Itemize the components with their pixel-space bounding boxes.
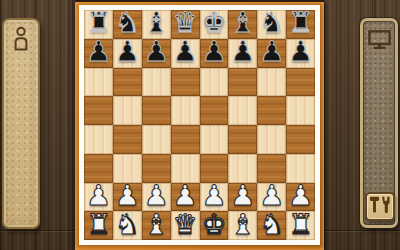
square-e5[interactable]	[200, 96, 229, 125]
board-grid: ♜♞♝♛♚♝♞♜♟♟♟♟♟♟♟♟♟♟♟♟♟♟♟♟♜♞♝♛♚♝♞♜	[84, 10, 315, 240]
human-player-panel	[2, 18, 40, 229]
white-pawn[interactable]: ♟	[115, 182, 140, 210]
square-f4[interactable]	[228, 125, 257, 154]
square-a7[interactable]: ♟	[84, 39, 113, 68]
square-d1[interactable]: ♛	[171, 211, 200, 240]
black-queen[interactable]: ♛	[173, 9, 198, 37]
black-pawn[interactable]: ♟	[230, 38, 255, 66]
square-h5[interactable]	[286, 96, 315, 125]
white-pawn[interactable]: ♟	[259, 182, 284, 210]
black-bishop[interactable]: ♝	[144, 9, 169, 37]
white-king[interactable]: ♚	[201, 211, 226, 239]
square-d7[interactable]: ♟	[171, 39, 200, 68]
computer-monitor-icon	[368, 30, 391, 53]
square-a1[interactable]: ♜	[84, 211, 113, 240]
square-c7[interactable]: ♟	[142, 39, 171, 68]
square-c6[interactable]	[142, 68, 171, 97]
black-rook[interactable]: ♜	[86, 9, 111, 37]
white-pawn[interactable]: ♟	[201, 182, 226, 210]
black-pawn[interactable]: ♟	[259, 38, 284, 66]
black-pawn[interactable]: ♟	[288, 38, 313, 66]
square-h4[interactable]	[286, 125, 315, 154]
chess-board: ♜♞♝♛♚♝♞♜♟♟♟♟♟♟♟♟♟♟♟♟♟♟♟♟♜♞♝♛♚♝♞♜	[75, 0, 324, 250]
square-d5[interactable]	[171, 96, 200, 125]
square-g5[interactable]	[257, 96, 286, 125]
computer-player-panel	[360, 18, 398, 228]
white-bishop[interactable]: ♝	[230, 211, 255, 239]
square-g4[interactable]	[257, 125, 286, 154]
black-bishop[interactable]: ♝	[230, 9, 255, 37]
person-icon	[13, 26, 29, 56]
black-rook[interactable]: ♜	[288, 9, 313, 37]
black-pawn[interactable]: ♟	[173, 38, 198, 66]
settings-tools-button[interactable]	[365, 192, 395, 221]
black-pawn[interactable]: ♟	[86, 38, 111, 66]
chess-game-window: ♜♞♝♛♚♝♞♜♟♟♟♟♟♟♟♟♟♟♟♟♟♟♟♟♜♞♝♛♚♝♞♜	[0, 0, 400, 250]
square-g6[interactable]	[257, 68, 286, 97]
black-king[interactable]: ♚	[201, 9, 226, 37]
square-h7[interactable]: ♟	[286, 39, 315, 68]
black-pawn[interactable]: ♟	[115, 38, 140, 66]
white-knight[interactable]: ♞	[115, 211, 140, 239]
square-f6[interactable]	[228, 68, 257, 97]
black-pawn[interactable]: ♟	[144, 38, 169, 66]
square-g7[interactable]: ♟	[257, 39, 286, 68]
square-a6[interactable]	[84, 68, 113, 97]
hammer-wrench-icon	[369, 195, 391, 218]
square-e1[interactable]: ♚	[200, 211, 229, 240]
square-b7[interactable]: ♟	[113, 39, 142, 68]
square-b5[interactable]	[113, 96, 142, 125]
square-c1[interactable]: ♝	[142, 211, 171, 240]
square-d6[interactable]	[171, 68, 200, 97]
square-c5[interactable]	[142, 96, 171, 125]
square-g1[interactable]: ♞	[257, 211, 286, 240]
square-a4[interactable]	[84, 125, 113, 154]
white-queen[interactable]: ♛	[173, 211, 198, 239]
square-h6[interactable]	[286, 68, 315, 97]
white-pawn[interactable]: ♟	[144, 182, 169, 210]
square-d4[interactable]	[171, 125, 200, 154]
square-b1[interactable]: ♞	[113, 211, 142, 240]
square-f1[interactable]: ♝	[228, 211, 257, 240]
white-rook[interactable]: ♜	[288, 211, 313, 239]
black-knight[interactable]: ♞	[259, 9, 284, 37]
square-b4[interactable]	[113, 125, 142, 154]
square-c4[interactable]	[142, 125, 171, 154]
square-e6[interactable]	[200, 68, 229, 97]
white-knight[interactable]: ♞	[259, 211, 284, 239]
white-pawn[interactable]: ♟	[173, 182, 198, 210]
white-rook[interactable]: ♜	[86, 211, 111, 239]
white-pawn[interactable]: ♟	[230, 182, 255, 210]
square-e7[interactable]: ♟	[200, 39, 229, 68]
square-h1[interactable]: ♜	[286, 211, 315, 240]
white-pawn[interactable]: ♟	[86, 182, 111, 210]
black-knight[interactable]: ♞	[115, 9, 140, 37]
square-f7[interactable]: ♟	[228, 39, 257, 68]
square-a5[interactable]	[84, 96, 113, 125]
black-pawn[interactable]: ♟	[201, 38, 226, 66]
square-e4[interactable]	[200, 125, 229, 154]
white-pawn[interactable]: ♟	[288, 182, 313, 210]
square-b6[interactable]	[113, 68, 142, 97]
square-f5[interactable]	[228, 96, 257, 125]
white-bishop[interactable]: ♝	[144, 211, 169, 239]
